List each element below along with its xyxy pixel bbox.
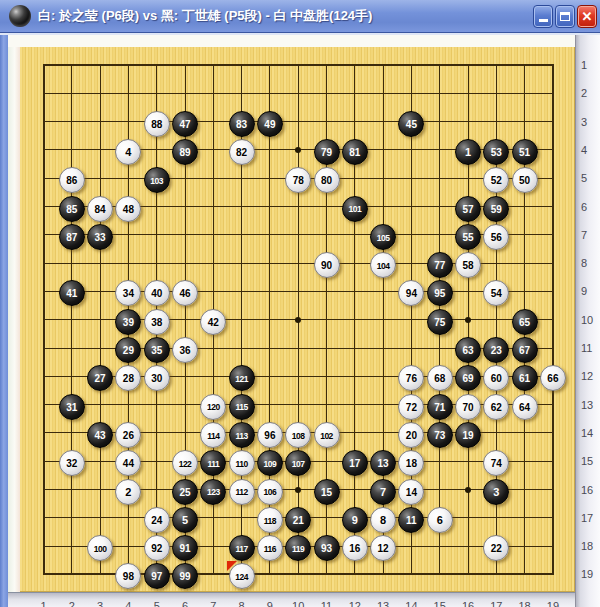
stone-number: 100 [94, 544, 107, 553]
stone-number: 39 [123, 317, 134, 327]
minimize-button[interactable] [533, 5, 553, 28]
col-label: 9 [260, 600, 280, 607]
col-label: 7 [203, 600, 223, 607]
stone-92: 92 [144, 535, 170, 561]
stone-55: 55 [455, 224, 481, 250]
stone-number: 35 [151, 346, 162, 356]
stone-74: 74 [483, 450, 509, 476]
stone-number: 92 [151, 544, 162, 554]
stone-73: 73 [427, 422, 453, 448]
window-controls: ✕ [531, 5, 597, 28]
star-point [295, 317, 301, 323]
stone-91: 91 [172, 535, 198, 561]
stone-113: 113 [229, 422, 255, 448]
stone-number: 38 [151, 317, 162, 327]
stone-62: 62 [483, 394, 509, 420]
stone-59: 59 [483, 196, 509, 222]
stone-number: 15 [321, 487, 332, 497]
stone-number: 123 [207, 488, 220, 497]
stone-9: 9 [342, 507, 368, 533]
stone-40: 40 [144, 280, 170, 306]
stone-number: 55 [462, 232, 473, 242]
stone-45: 45 [398, 111, 424, 137]
stone-67: 67 [512, 337, 538, 363]
row-label: 6 [581, 201, 599, 213]
col-label: 2 [62, 600, 82, 607]
stone-number: 103 [150, 176, 163, 185]
stone-number: 51 [519, 147, 530, 157]
stone-number: 12 [378, 544, 389, 554]
col-label: 15 [430, 600, 450, 607]
stone-122: 122 [172, 450, 198, 476]
stone-28: 28 [115, 365, 141, 391]
stone-number: 90 [321, 261, 332, 271]
stone-23: 23 [483, 337, 509, 363]
col-label: 12 [345, 600, 365, 607]
stone-number: 72 [406, 402, 417, 412]
stone-number: 71 [434, 402, 445, 412]
col-label: 11 [317, 600, 337, 607]
stone-number: 7 [380, 487, 386, 498]
stone-number: 49 [264, 119, 275, 129]
row-label: 10 [581, 314, 599, 326]
stone-number: 57 [462, 204, 473, 214]
stone-number: 16 [349, 544, 360, 554]
stone-47: 47 [172, 111, 198, 137]
row-label: 14 [581, 427, 599, 439]
stone-79: 79 [314, 139, 340, 165]
stone-number: 36 [179, 346, 190, 356]
stone-number: 86 [66, 176, 77, 186]
stone-93: 93 [314, 535, 340, 561]
stone-number: 24 [151, 515, 162, 525]
col-label: 10 [288, 600, 308, 607]
stone-number: 93 [321, 544, 332, 554]
stone-98: 98 [115, 563, 141, 589]
stone-50: 50 [512, 167, 538, 193]
stone-111: 111 [200, 450, 226, 476]
stone-105: 105 [370, 224, 396, 250]
stone-70: 70 [455, 394, 481, 420]
stone-36: 36 [172, 337, 198, 363]
stone-number: 6 [437, 515, 443, 526]
stone-119: 119 [285, 535, 311, 561]
stone-18: 18 [398, 450, 424, 476]
stone-35: 35 [144, 337, 170, 363]
stone-number: 77 [434, 261, 445, 271]
stone-120: 120 [200, 394, 226, 420]
stone-118: 118 [257, 507, 283, 533]
stone-56: 56 [483, 224, 509, 250]
stone-number: 87 [66, 232, 77, 242]
stone-30: 30 [144, 365, 170, 391]
last-move-marker [227, 561, 237, 571]
stone-114: 114 [200, 422, 226, 448]
stone-number: 122 [179, 459, 192, 468]
stone-number: 9 [352, 515, 358, 526]
stone-109: 109 [257, 450, 283, 476]
stone-66: 66 [540, 365, 566, 391]
stone-number: 115 [235, 403, 247, 412]
stone-number: 107 [292, 459, 305, 468]
stone-87: 87 [59, 224, 85, 250]
stone-6: 6 [427, 507, 453, 533]
col-label: 18 [515, 600, 535, 607]
maximize-button[interactable] [555, 5, 575, 28]
stone-43: 43 [87, 422, 113, 448]
stone-3: 3 [483, 479, 509, 505]
stone-52: 52 [483, 167, 509, 193]
stone-108: 108 [285, 422, 311, 448]
stone-number: 21 [293, 515, 304, 525]
stone-121: 121 [229, 365, 255, 391]
stone-number: 112 [235, 488, 247, 497]
stone-65: 65 [512, 309, 538, 335]
stone-69: 69 [455, 365, 481, 391]
stone-112: 112 [229, 479, 255, 505]
stone-14: 14 [398, 479, 424, 505]
stone-75: 75 [427, 309, 453, 335]
stone-61: 61 [512, 365, 538, 391]
stone-104: 104 [370, 252, 396, 278]
stone-number: 69 [462, 374, 473, 384]
stone-27: 27 [87, 365, 113, 391]
stone-60: 60 [483, 365, 509, 391]
stone-number: 114 [207, 431, 219, 440]
stone-39: 39 [115, 309, 141, 335]
star-point [295, 147, 301, 153]
inner-left-panel [8, 35, 20, 592]
maximize-icon [560, 12, 570, 21]
stone-82: 82 [229, 139, 255, 165]
minimize-icon [539, 19, 548, 22]
stone-115: 115 [229, 394, 255, 420]
stone-21: 21 [285, 507, 311, 533]
col-label: 3 [90, 600, 110, 607]
stone-number: 98 [123, 572, 134, 582]
stone-5: 5 [172, 507, 198, 533]
stone-number: 118 [264, 516, 276, 525]
top-gap [8, 35, 575, 47]
stone-number: 41 [66, 289, 77, 299]
stone-number: 61 [519, 374, 530, 384]
stone-20: 20 [398, 422, 424, 448]
stone-17: 17 [342, 450, 368, 476]
stone-number: 96 [264, 430, 275, 440]
stone-number: 104 [377, 261, 390, 270]
stone-number: 94 [406, 289, 417, 299]
stone-number: 119 [292, 544, 304, 553]
stone-33: 33 [87, 224, 113, 250]
stone-number: 8 [380, 515, 386, 526]
stone-22: 22 [483, 535, 509, 561]
stone-26: 26 [115, 422, 141, 448]
stone-number: 47 [179, 119, 190, 129]
stone-95: 95 [427, 280, 453, 306]
stone-number: 2 [125, 487, 131, 498]
close-icon: ✕ [582, 10, 593, 23]
stone-103: 103 [144, 167, 170, 193]
stone-number: 109 [264, 459, 277, 468]
stone-88: 88 [144, 111, 170, 137]
stone-number: 117 [235, 544, 247, 553]
stone-number: 66 [547, 374, 558, 384]
stone-number: 34 [123, 289, 134, 299]
stone-34: 34 [115, 280, 141, 306]
stone-number: 27 [95, 374, 106, 384]
col-label: 17 [486, 600, 506, 607]
stone-71: 71 [427, 394, 453, 420]
stone-number: 4 [125, 147, 131, 158]
stone-116: 116 [257, 535, 283, 561]
stone-number: 78 [293, 176, 304, 186]
stone-number: 95 [434, 289, 445, 299]
stone-12: 12 [370, 535, 396, 561]
stone-number: 19 [462, 430, 473, 440]
stone-number: 101 [348, 205, 361, 214]
stone-41: 41 [59, 280, 85, 306]
stone-number: 56 [491, 232, 502, 242]
row-label: 15 [581, 455, 599, 467]
stone-7: 7 [370, 479, 396, 505]
row-label: 13 [581, 399, 599, 411]
stone-51: 51 [512, 139, 538, 165]
stone-number: 3 [493, 487, 499, 498]
stone-number: 53 [491, 147, 502, 157]
row-label: 16 [581, 484, 599, 496]
stone-110: 110 [229, 450, 255, 476]
stone-32: 32 [59, 450, 85, 476]
row-label: 1 [581, 59, 599, 71]
row-label: 11 [581, 342, 599, 354]
stone-42: 42 [200, 309, 226, 335]
stone-number: 18 [406, 459, 417, 469]
stone-100: 100 [87, 535, 113, 561]
row-label: 18 [581, 540, 599, 552]
stone-number: 25 [179, 487, 190, 497]
stone-46: 46 [172, 280, 198, 306]
stone-number: 5 [182, 515, 188, 526]
stone-number: 13 [378, 459, 389, 469]
stone-96: 96 [257, 422, 283, 448]
stone-number: 11 [406, 515, 417, 525]
stone-number: 89 [179, 147, 190, 157]
stone-81: 81 [342, 139, 368, 165]
row-label: 17 [581, 512, 599, 524]
stone-number: 99 [179, 572, 190, 582]
stone-84: 84 [87, 196, 113, 222]
stone-38: 38 [144, 309, 170, 335]
stone-number: 64 [519, 402, 530, 412]
stone-number: 42 [208, 317, 219, 327]
stone-64: 64 [512, 394, 538, 420]
stone-63: 63 [455, 337, 481, 363]
row-label: 5 [581, 172, 599, 184]
stone-number: 74 [491, 459, 502, 469]
stone-number: 23 [491, 346, 502, 356]
stone-number: 121 [235, 375, 248, 384]
stone-number: 31 [66, 402, 77, 412]
stone-number: 82 [236, 147, 247, 157]
grid-line-v [552, 64, 554, 575]
stone-89: 89 [172, 139, 198, 165]
stone-number: 20 [406, 430, 417, 440]
stone-number: 60 [491, 374, 502, 384]
col-label: 6 [175, 600, 195, 607]
stone-number: 91 [179, 544, 190, 554]
stone-number: 30 [151, 374, 162, 384]
stone-76: 76 [398, 365, 424, 391]
stone-number: 40 [151, 289, 162, 299]
stone-58: 58 [455, 252, 481, 278]
col-label: 13 [373, 600, 393, 607]
stone-number: 63 [462, 346, 473, 356]
stone-1: 1 [455, 139, 481, 165]
window-title: 白: 於之莹 (P6段) vs 黑: 丁世雄 (P5段) - 白 中盘胜(124… [38, 7, 531, 25]
stone-15: 15 [314, 479, 340, 505]
stone-number: 116 [264, 544, 276, 553]
stone-number: 108 [292, 431, 305, 440]
stone-number: 50 [519, 176, 530, 186]
stone-85: 85 [59, 196, 85, 222]
stone-107: 107 [285, 450, 311, 476]
stone-number: 79 [321, 147, 332, 157]
row-label: 7 [581, 229, 599, 241]
stone-number: 88 [151, 119, 162, 129]
stone-number: 65 [519, 317, 530, 327]
stone-number: 52 [491, 176, 502, 186]
stone-57: 57 [455, 196, 481, 222]
stone-90: 90 [314, 252, 340, 278]
stone-99: 99 [172, 563, 198, 589]
stone-83: 83 [229, 111, 255, 137]
star-point [465, 487, 471, 493]
stone-number: 44 [123, 459, 134, 469]
stone-number: 43 [95, 430, 106, 440]
stone-number: 17 [349, 459, 360, 469]
stone-49: 49 [257, 111, 283, 137]
stone-number: 81 [349, 147, 360, 157]
stone-number: 26 [123, 430, 134, 440]
stone-number: 59 [491, 204, 502, 214]
stone-106: 106 [257, 479, 283, 505]
star-point [295, 487, 301, 493]
col-label: 19 [543, 600, 563, 607]
stone-number: 102 [320, 431, 333, 440]
row-label: 12 [581, 370, 599, 382]
stone-8: 8 [370, 507, 396, 533]
row-label: 3 [581, 116, 599, 128]
stone-number: 70 [462, 402, 473, 412]
col-label: 5 [147, 600, 167, 607]
stone-13: 13 [370, 450, 396, 476]
col-label: 16 [458, 600, 478, 607]
stone-number: 32 [66, 459, 77, 469]
stone-number: 73 [434, 430, 445, 440]
close-button[interactable]: ✕ [577, 5, 597, 28]
stone-68: 68 [427, 365, 453, 391]
stone-number: 28 [123, 374, 134, 384]
stone-80: 80 [314, 167, 340, 193]
goban[interactable]: 1234567891112131415161718192021222324252… [20, 47, 575, 592]
stone-number: 48 [123, 204, 134, 214]
stone-number: 22 [491, 544, 502, 554]
stone-number: 33 [95, 232, 106, 242]
stone-number: 80 [321, 176, 332, 186]
stone-102: 102 [314, 422, 340, 448]
stone-number: 46 [179, 289, 190, 299]
stone-117: 117 [229, 535, 255, 561]
row-label: 8 [581, 257, 599, 269]
stone-29: 29 [115, 337, 141, 363]
game-record-window: 白: 於之莹 (P6段) vs 黑: 丁世雄 (P5段) - 白 中盘胜(124… [0, 0, 600, 607]
stone-11: 11 [398, 507, 424, 533]
row-label: 9 [581, 285, 599, 297]
stone-19: 19 [455, 422, 481, 448]
stone-number: 54 [491, 289, 502, 299]
stone-number: 62 [491, 402, 502, 412]
star-point [465, 317, 471, 323]
stone-44: 44 [115, 450, 141, 476]
stone-101: 101 [342, 196, 368, 222]
stone-number: 111 [207, 459, 219, 468]
stone-31: 31 [59, 394, 85, 420]
stone-number: 67 [519, 346, 530, 356]
stone-number: 105 [377, 233, 390, 242]
col-label: 4 [118, 600, 138, 607]
stone-number: 120 [207, 403, 220, 412]
stone-number: 113 [235, 431, 247, 440]
go-stone-app-icon [9, 5, 31, 27]
stone-16: 16 [342, 535, 368, 561]
stone-24: 24 [144, 507, 170, 533]
row-label: 4 [581, 144, 599, 156]
row-label: 2 [581, 87, 599, 99]
window-left-border [0, 35, 8, 607]
stone-number: 58 [462, 261, 473, 271]
stone-25: 25 [172, 479, 198, 505]
stone-number: 1 [465, 147, 471, 158]
stone-number: 85 [66, 204, 77, 214]
stone-78: 78 [285, 167, 311, 193]
stone-number: 124 [235, 573, 248, 582]
stone-123: 123 [200, 479, 226, 505]
stone-number: 84 [95, 204, 106, 214]
stone-54: 54 [483, 280, 509, 306]
stone-4: 4 [115, 139, 141, 165]
stone-number: 29 [123, 346, 134, 356]
stone-2: 2 [115, 479, 141, 505]
stone-number: 75 [434, 317, 445, 327]
stone-number: 68 [434, 374, 445, 384]
col-label: 8 [232, 600, 252, 607]
titlebar[interactable]: 白: 於之莹 (P6段) vs 黑: 丁世雄 (P5段) - 白 中盘胜(124… [0, 0, 600, 33]
stone-77: 77 [427, 252, 453, 278]
stone-number: 83 [236, 119, 247, 129]
col-label: 14 [401, 600, 421, 607]
stone-48: 48 [115, 196, 141, 222]
stone-53: 53 [483, 139, 509, 165]
col-labels: 12345678910111213141516171819 [8, 592, 575, 607]
stone-number: 106 [264, 488, 277, 497]
stone-72: 72 [398, 394, 424, 420]
row-labels: 12345678910111213141516171819 [575, 35, 600, 607]
stone-number: 110 [235, 459, 247, 468]
col-label: 1 [34, 600, 54, 607]
row-label: 19 [581, 568, 599, 580]
stone-number: 97 [151, 572, 162, 582]
stone-number: 76 [406, 374, 417, 384]
